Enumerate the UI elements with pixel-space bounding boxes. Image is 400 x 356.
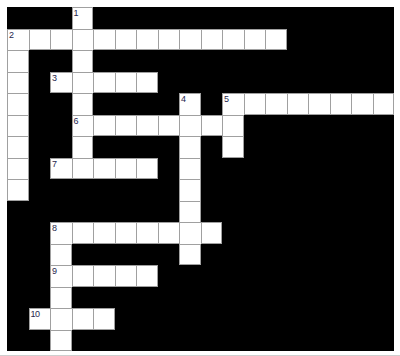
- black-square-r0c13: [287, 7, 309, 29]
- black-square-r10c11: [244, 222, 266, 244]
- black-square-r0c9: [201, 7, 223, 29]
- black-square-r8c17: [373, 179, 395, 201]
- black-square-r10c15: [330, 222, 352, 244]
- black-square-r0c12: [265, 7, 287, 29]
- black-square-r9c0: [7, 201, 29, 223]
- clue-number-2: 2: [9, 30, 14, 40]
- black-square-r15c16: [351, 330, 373, 352]
- cell-r2c3[interactable]: [72, 50, 94, 72]
- black-square-r13c9: [201, 287, 223, 309]
- black-square-r3c15: [330, 72, 352, 94]
- black-square-r13c0: [7, 287, 29, 309]
- cell-r8c0[interactable]: [7, 179, 29, 201]
- black-square-r15c0: [7, 330, 29, 352]
- black-square-r14c15: [330, 308, 352, 330]
- black-square-r13c15: [330, 287, 352, 309]
- black-square-r15c7: [158, 330, 180, 352]
- cell-r12c5[interactable]: [115, 265, 137, 287]
- black-square-r9c2: [50, 201, 72, 223]
- cell-r4c17[interactable]: [373, 93, 395, 115]
- black-square-r0c4: [93, 7, 115, 29]
- black-square-r3c13: [287, 72, 309, 94]
- black-square-r9c5: [115, 201, 137, 223]
- black-square-r3c8: [179, 72, 201, 94]
- cell-r3c0[interactable]: [7, 72, 29, 94]
- black-square-r8c3: [72, 179, 94, 201]
- cell-r7c6[interactable]: [136, 158, 158, 180]
- black-square-r0c6: [136, 7, 158, 29]
- black-square-r8c13: [287, 179, 309, 201]
- cell-r1c0[interactable]: 2: [7, 29, 29, 51]
- black-square-r8c7: [158, 179, 180, 201]
- black-square-r15c1: [29, 330, 51, 352]
- black-square-r4c6: [136, 93, 158, 115]
- black-square-r13c17: [373, 287, 395, 309]
- black-square-r2c14: [308, 50, 330, 72]
- black-square-r15c6: [136, 330, 158, 352]
- cell-r2c0[interactable]: [7, 50, 29, 72]
- cell-r4c10[interactable]: 5: [222, 93, 244, 115]
- cell-r10c2[interactable]: 8: [50, 222, 72, 244]
- black-square-r13c13: [287, 287, 309, 309]
- black-square-r6c15: [330, 136, 352, 158]
- black-square-r4c1: [29, 93, 51, 115]
- black-square-r1c17: [373, 29, 395, 51]
- clue-number-1: 1: [74, 8, 79, 18]
- black-square-r13c5: [115, 287, 137, 309]
- black-square-r9c11: [244, 201, 266, 223]
- black-square-r5c13: [287, 115, 309, 137]
- black-square-r8c9: [201, 179, 223, 201]
- cell-r0c3[interactable]: 1: [72, 7, 94, 29]
- cell-r11c2[interactable]: [50, 244, 72, 266]
- black-square-r2c6: [136, 50, 158, 72]
- black-square-r13c4: [93, 287, 115, 309]
- black-square-r3c7: [158, 72, 180, 94]
- cell-r15c2[interactable]: [50, 330, 72, 352]
- black-square-r11c7: [158, 244, 180, 266]
- black-square-r4c9: [201, 93, 223, 115]
- black-square-r0c2: [50, 7, 72, 29]
- black-square-r3c17: [373, 72, 395, 94]
- clue-number-5: 5: [224, 94, 229, 104]
- black-square-r15c15: [330, 330, 352, 352]
- cell-r10c5[interactable]: [115, 222, 137, 244]
- black-square-r5c16: [351, 115, 373, 137]
- cell-r4c11[interactable]: [244, 93, 266, 115]
- black-square-r8c11: [244, 179, 266, 201]
- black-square-r13c3: [72, 287, 94, 309]
- black-square-r2c16: [351, 50, 373, 72]
- black-square-r9c12: [265, 201, 287, 223]
- black-square-r2c4: [93, 50, 115, 72]
- cell-r7c4[interactable]: [93, 158, 115, 180]
- cell-r10c4[interactable]: [93, 222, 115, 244]
- black-square-r6c12: [265, 136, 287, 158]
- cell-r5c10[interactable]: [222, 115, 244, 137]
- cell-r1c4[interactable]: [93, 29, 115, 51]
- cell-r10c9[interactable]: [201, 222, 223, 244]
- black-square-r10c1: [29, 222, 51, 244]
- black-square-r7c11: [244, 158, 266, 180]
- black-square-r6c9: [201, 136, 223, 158]
- cell-r6c8[interactable]: [179, 136, 201, 158]
- black-square-r0c0: [7, 7, 29, 29]
- cell-r5c3[interactable]: 6: [72, 115, 94, 137]
- black-square-r15c17: [373, 330, 395, 352]
- clue-number-3: 3: [52, 73, 57, 83]
- cell-r1c8[interactable]: [179, 29, 201, 51]
- black-square-r4c7: [158, 93, 180, 115]
- cell-r3c2[interactable]: 3: [50, 72, 72, 94]
- cell-r4c3[interactable]: [72, 93, 94, 115]
- black-square-r14c7: [158, 308, 180, 330]
- cell-r13c2[interactable]: [50, 287, 72, 309]
- black-square-r7c1: [29, 158, 51, 180]
- cell-r14c2[interactable]: [50, 308, 72, 330]
- black-square-r6c1: [29, 136, 51, 158]
- black-square-r1c13: [287, 29, 309, 51]
- black-square-r11c6: [136, 244, 158, 266]
- cell-r1c12[interactable]: [265, 29, 287, 51]
- black-square-r4c5: [115, 93, 137, 115]
- black-square-r14c13: [287, 308, 309, 330]
- black-square-r12c10: [222, 265, 244, 287]
- cell-r4c8[interactable]: 4: [179, 93, 201, 115]
- black-square-r12c8: [179, 265, 201, 287]
- black-square-r6c17: [373, 136, 395, 158]
- black-square-r2c5: [115, 50, 137, 72]
- black-square-r7c14: [308, 158, 330, 180]
- black-square-r11c13: [287, 244, 309, 266]
- cell-r11c8[interactable]: [179, 244, 201, 266]
- black-square-r14c17: [373, 308, 395, 330]
- cell-r7c5[interactable]: [115, 158, 137, 180]
- black-square-r13c1: [29, 287, 51, 309]
- cell-r10c7[interactable]: [158, 222, 180, 244]
- black-square-r7c9: [201, 158, 223, 180]
- black-square-r0c8: [179, 7, 201, 29]
- cell-r5c4[interactable]: [93, 115, 115, 137]
- black-square-r12c12: [265, 265, 287, 287]
- black-square-r12c16: [351, 265, 373, 287]
- black-square-r15c4: [93, 330, 115, 352]
- black-square-r14c5: [115, 308, 137, 330]
- black-square-r8c12: [265, 179, 287, 201]
- black-square-r1c16: [351, 29, 373, 51]
- cell-r7c8[interactable]: [179, 158, 201, 180]
- black-square-r4c2: [50, 93, 72, 115]
- black-square-r7c7: [158, 158, 180, 180]
- cell-r1c1[interactable]: [29, 29, 51, 51]
- black-square-r0c10: [222, 7, 244, 29]
- cell-r3c3[interactable]: [72, 72, 94, 94]
- cell-r5c9[interactable]: [201, 115, 223, 137]
- black-square-r7c10: [222, 158, 244, 180]
- black-square-r14c16: [351, 308, 373, 330]
- cell-r4c16[interactable]: [351, 93, 373, 115]
- black-square-r2c13: [287, 50, 309, 72]
- black-square-r6c7: [158, 136, 180, 158]
- black-square-r9c14: [308, 201, 330, 223]
- black-square-r15c11: [244, 330, 266, 352]
- cell-r12c3[interactable]: [72, 265, 94, 287]
- black-square-r2c15: [330, 50, 352, 72]
- black-square-r12c14: [308, 265, 330, 287]
- black-square-r3c10: [222, 72, 244, 94]
- cell-r7c0[interactable]: [7, 158, 29, 180]
- cell-r12c4[interactable]: [93, 265, 115, 287]
- black-square-r8c4: [93, 179, 115, 201]
- black-square-r13c16: [351, 287, 373, 309]
- black-square-r5c14: [308, 115, 330, 137]
- black-square-r9c7: [158, 201, 180, 223]
- black-square-r12c17: [373, 265, 395, 287]
- black-square-r6c5: [115, 136, 137, 158]
- black-square-r9c6: [136, 201, 158, 223]
- clue-number-6: 6: [74, 116, 79, 126]
- cell-r10c3[interactable]: [72, 222, 94, 244]
- black-square-r3c12: [265, 72, 287, 94]
- black-square-r6c14: [308, 136, 330, 158]
- black-square-r2c8: [179, 50, 201, 72]
- cell-r5c8[interactable]: [179, 115, 201, 137]
- black-square-r9c1: [29, 201, 51, 223]
- cell-r1c7[interactable]: [158, 29, 180, 51]
- black-square-r15c9: [201, 330, 223, 352]
- cell-r14c3[interactable]: [72, 308, 94, 330]
- black-square-r13c7: [158, 287, 180, 309]
- cell-r3c4[interactable]: [93, 72, 115, 94]
- black-square-r14c10: [222, 308, 244, 330]
- black-square-r11c14: [308, 244, 330, 266]
- cell-r10c8[interactable]: [179, 222, 201, 244]
- black-square-r8c16: [351, 179, 373, 201]
- black-square-r6c2: [50, 136, 72, 158]
- black-square-r14c12: [265, 308, 287, 330]
- black-square-r4c4: [93, 93, 115, 115]
- black-square-r15c5: [115, 330, 137, 352]
- black-square-r10c17: [373, 222, 395, 244]
- cell-r5c5[interactable]: [115, 115, 137, 137]
- black-square-r5c12: [265, 115, 287, 137]
- black-square-r5c1: [29, 115, 51, 137]
- black-square-r11c16: [351, 244, 373, 266]
- black-square-r0c15: [330, 7, 352, 29]
- cell-r14c1[interactable]: 10: [29, 308, 51, 330]
- black-square-r11c15: [330, 244, 352, 266]
- cell-r7c2[interactable]: 7: [50, 158, 72, 180]
- black-square-r11c4: [93, 244, 115, 266]
- cell-r7c3[interactable]: [72, 158, 94, 180]
- black-square-r11c17: [373, 244, 395, 266]
- black-square-r15c12: [265, 330, 287, 352]
- black-square-r0c17: [373, 7, 395, 29]
- black-square-r9c9: [201, 201, 223, 223]
- black-square-r2c12: [265, 50, 287, 72]
- black-square-r8c5: [115, 179, 137, 201]
- black-square-r13c14: [308, 287, 330, 309]
- black-square-r8c15: [330, 179, 352, 201]
- black-square-r0c7: [158, 7, 180, 29]
- black-square-r14c9: [201, 308, 223, 330]
- black-square-r8c6: [136, 179, 158, 201]
- black-square-r12c13: [287, 265, 309, 287]
- cell-r4c13[interactable]: [287, 93, 309, 115]
- black-square-r10c14: [308, 222, 330, 244]
- black-square-r14c8: [179, 308, 201, 330]
- black-square-r3c14: [308, 72, 330, 94]
- black-square-r15c13: [287, 330, 309, 352]
- black-square-r10c13: [287, 222, 309, 244]
- black-square-r5c11: [244, 115, 266, 137]
- black-square-r10c10: [222, 222, 244, 244]
- clue-number-4: 4: [181, 94, 186, 104]
- cell-r5c0[interactable]: [7, 115, 29, 137]
- black-square-r1c15: [330, 29, 352, 51]
- cell-r12c2[interactable]: 9: [50, 265, 72, 287]
- black-square-r14c14: [308, 308, 330, 330]
- black-square-r15c14: [308, 330, 330, 352]
- black-square-r6c6: [136, 136, 158, 158]
- black-square-r11c10: [222, 244, 244, 266]
- black-square-r11c12: [265, 244, 287, 266]
- black-square-r8c14: [308, 179, 330, 201]
- cell-r5c6[interactable]: [136, 115, 158, 137]
- black-square-r7c16: [351, 158, 373, 180]
- black-square-r12c15: [330, 265, 352, 287]
- black-square-r7c17: [373, 158, 395, 180]
- cell-r5c7[interactable]: [158, 115, 180, 137]
- black-square-r14c6: [136, 308, 158, 330]
- black-square-r0c11: [244, 7, 266, 29]
- black-square-r11c3: [72, 244, 94, 266]
- cell-r4c15[interactable]: [330, 93, 352, 115]
- black-square-r3c16: [351, 72, 373, 94]
- black-square-r0c1: [29, 7, 51, 29]
- black-square-r15c10: [222, 330, 244, 352]
- cell-r1c6[interactable]: [136, 29, 158, 51]
- black-square-r1c14: [308, 29, 330, 51]
- cell-r9c8[interactable]: [179, 201, 201, 223]
- clue-number-8: 8: [52, 223, 57, 233]
- black-square-r3c9: [201, 72, 223, 94]
- black-square-r12c0: [7, 265, 29, 287]
- black-square-r9c16: [351, 201, 373, 223]
- black-square-r5c15: [330, 115, 352, 137]
- black-square-r3c1: [29, 72, 51, 94]
- cell-r8c8[interactable]: [179, 179, 201, 201]
- black-square-r12c11: [244, 265, 266, 287]
- black-square-r8c1: [29, 179, 51, 201]
- clue-number-9: 9: [52, 266, 57, 276]
- cell-r1c2[interactable]: [50, 29, 72, 51]
- black-square-r13c8: [179, 287, 201, 309]
- cell-r4c12[interactable]: [265, 93, 287, 115]
- black-square-r10c0: [7, 222, 29, 244]
- black-square-r9c15: [330, 201, 352, 223]
- cell-r1c9[interactable]: [201, 29, 223, 51]
- black-square-r13c10: [222, 287, 244, 309]
- black-square-r11c9: [201, 244, 223, 266]
- cell-r12c6[interactable]: [136, 265, 158, 287]
- black-square-r9c4: [93, 201, 115, 223]
- clue-number-10: 10: [31, 309, 40, 319]
- black-square-r12c7: [158, 265, 180, 287]
- black-square-r6c13: [287, 136, 309, 158]
- black-square-r3c11: [244, 72, 266, 94]
- black-square-r7c12: [265, 158, 287, 180]
- black-square-r13c6: [136, 287, 158, 309]
- black-square-r2c2: [50, 50, 72, 72]
- black-square-r8c10: [222, 179, 244, 201]
- black-square-r12c1: [29, 265, 51, 287]
- black-square-r14c0: [7, 308, 29, 330]
- cell-r1c5[interactable]: [115, 29, 137, 51]
- black-square-r11c5: [115, 244, 137, 266]
- black-square-r6c4: [93, 136, 115, 158]
- cell-r3c5[interactable]: [115, 72, 137, 94]
- black-square-r0c16: [351, 7, 373, 29]
- black-square-r2c17: [373, 50, 395, 72]
- cell-r6c3[interactable]: [72, 136, 94, 158]
- cell-r4c0[interactable]: [7, 93, 29, 115]
- black-square-r5c17: [373, 115, 395, 137]
- black-square-r10c16: [351, 222, 373, 244]
- black-square-r7c15: [330, 158, 352, 180]
- black-square-r7c13: [287, 158, 309, 180]
- black-square-r6c16: [351, 136, 373, 158]
- cell-r14c4[interactable]: [93, 308, 115, 330]
- black-square-r9c13: [287, 201, 309, 223]
- black-square-r2c9: [201, 50, 223, 72]
- black-square-r11c0: [7, 244, 29, 266]
- black-square-r12c9: [201, 265, 223, 287]
- cell-r1c10[interactable]: [222, 29, 244, 51]
- crossword-board: 12345678910: [7, 7, 394, 351]
- black-square-r6c11: [244, 136, 266, 158]
- black-square-r8c2: [50, 179, 72, 201]
- black-square-r9c17: [373, 201, 395, 223]
- black-square-r10c12: [265, 222, 287, 244]
- black-square-r11c1: [29, 244, 51, 266]
- black-square-r0c5: [115, 7, 137, 29]
- black-square-r0c14: [308, 7, 330, 29]
- black-square-r9c3: [72, 201, 94, 223]
- black-square-r2c1: [29, 50, 51, 72]
- black-square-r11c11: [244, 244, 266, 266]
- cell-r10c6[interactable]: [136, 222, 158, 244]
- black-square-r15c3: [72, 330, 94, 352]
- black-square-r14c11: [244, 308, 266, 330]
- clue-number-7: 7: [52, 159, 57, 169]
- black-square-r13c12: [265, 287, 287, 309]
- cell-r1c3[interactable]: [72, 29, 94, 51]
- black-square-r2c11: [244, 50, 266, 72]
- black-square-r13c11: [244, 287, 266, 309]
- cell-r4c14[interactable]: [308, 93, 330, 115]
- black-square-r2c10: [222, 50, 244, 72]
- black-square-r2c7: [158, 50, 180, 72]
- black-square-r15c8: [179, 330, 201, 352]
- black-square-r9c10: [222, 201, 244, 223]
- cell-r1c11[interactable]: [244, 29, 266, 51]
- black-square-r5c2: [50, 115, 72, 137]
- cell-r3c6[interactable]: [136, 72, 158, 94]
- cell-r6c10[interactable]: [222, 136, 244, 158]
- cell-r6c0[interactable]: [7, 136, 29, 158]
- crossword-page: 12345678910: [0, 0, 400, 356]
